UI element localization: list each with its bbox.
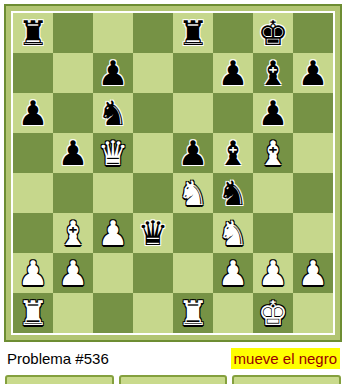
square-h5[interactable] bbox=[293, 133, 333, 173]
square-h4[interactable] bbox=[293, 173, 333, 213]
square-e3[interactable] bbox=[173, 213, 213, 253]
piece-white-king[interactable]: ♚ bbox=[253, 293, 293, 333]
square-a2[interactable]: ♟ bbox=[13, 253, 53, 293]
square-d2[interactable] bbox=[133, 253, 173, 293]
square-a8[interactable]: ♜ bbox=[13, 13, 53, 53]
square-c5[interactable]: ♛ bbox=[93, 133, 133, 173]
square-a4[interactable] bbox=[13, 173, 53, 213]
piece-black-pawn[interactable]: ♟ bbox=[53, 133, 93, 173]
square-c1[interactable] bbox=[93, 293, 133, 333]
square-b4[interactable] bbox=[53, 173, 93, 213]
square-f6[interactable] bbox=[213, 93, 253, 133]
square-d8[interactable] bbox=[133, 13, 173, 53]
square-g2[interactable]: ♟ bbox=[253, 253, 293, 293]
piece-black-rook[interactable]: ♜ bbox=[173, 13, 213, 53]
piece-white-bishop[interactable]: ♝ bbox=[53, 213, 93, 253]
piece-black-bishop[interactable]: ♝ bbox=[213, 133, 253, 173]
piece-black-knight[interactable]: ♞ bbox=[213, 173, 253, 213]
square-b1[interactable] bbox=[53, 293, 93, 333]
square-a5[interactable] bbox=[13, 133, 53, 173]
piece-black-pawn[interactable]: ♟ bbox=[93, 53, 133, 93]
partial-button[interactable] bbox=[5, 375, 114, 384]
piece-white-pawn[interactable]: ♟ bbox=[253, 253, 293, 293]
square-a3[interactable] bbox=[13, 213, 53, 253]
square-b7[interactable] bbox=[53, 53, 93, 93]
piece-black-bishop[interactable]: ♝ bbox=[253, 53, 293, 93]
square-h1[interactable] bbox=[293, 293, 333, 333]
piece-white-queen[interactable]: ♛ bbox=[93, 133, 133, 173]
square-e8[interactable]: ♜ bbox=[173, 13, 213, 53]
square-g8[interactable]: ♚ bbox=[253, 13, 293, 53]
chess-board: ♜♜♚♟♟♝♟♟♞♟♟♛♟♝♝♞♞♝♟♛♞♟♟♟♟♟♜♜♚ bbox=[11, 11, 335, 335]
square-h7[interactable]: ♟ bbox=[293, 53, 333, 93]
square-g1[interactable]: ♚ bbox=[253, 293, 293, 333]
square-d3[interactable]: ♛ bbox=[133, 213, 173, 253]
square-h6[interactable] bbox=[293, 93, 333, 133]
square-d5[interactable] bbox=[133, 133, 173, 173]
button-row bbox=[0, 375, 346, 384]
turn-indicator-badge: mueve el negro bbox=[231, 348, 340, 369]
square-h3[interactable] bbox=[293, 213, 333, 253]
square-e6[interactable] bbox=[173, 93, 213, 133]
square-d7[interactable] bbox=[133, 53, 173, 93]
square-e7[interactable] bbox=[173, 53, 213, 93]
square-f4[interactable]: ♞ bbox=[213, 173, 253, 213]
page: ♜♜♚♟♟♝♟♟♞♟♟♛♟♝♝♞♞♝♟♛♞♟♟♟♟♟♜♜♚ Problema #… bbox=[0, 0, 346, 384]
square-f2[interactable]: ♟ bbox=[213, 253, 253, 293]
piece-white-pawn[interactable]: ♟ bbox=[13, 253, 53, 293]
square-g7[interactable]: ♝ bbox=[253, 53, 293, 93]
square-c7[interactable]: ♟ bbox=[93, 53, 133, 93]
square-b5[interactable]: ♟ bbox=[53, 133, 93, 173]
square-c4[interactable] bbox=[93, 173, 133, 213]
piece-black-pawn[interactable]: ♟ bbox=[173, 133, 213, 173]
square-c2[interactable] bbox=[93, 253, 133, 293]
square-a1[interactable]: ♜ bbox=[13, 293, 53, 333]
square-g3[interactable] bbox=[253, 213, 293, 253]
square-g5[interactable]: ♝ bbox=[253, 133, 293, 173]
piece-white-pawn[interactable]: ♟ bbox=[93, 213, 133, 253]
square-c6[interactable]: ♞ bbox=[93, 93, 133, 133]
square-h8[interactable] bbox=[293, 13, 333, 53]
piece-black-rook[interactable]: ♜ bbox=[13, 13, 53, 53]
piece-black-pawn[interactable]: ♟ bbox=[293, 53, 333, 93]
board-frame: ♜♜♚♟♟♝♟♟♞♟♟♛♟♝♝♞♞♝♟♛♞♟♟♟♟♟♜♜♚ bbox=[4, 4, 342, 342]
piece-black-king[interactable]: ♚ bbox=[253, 13, 293, 53]
piece-white-pawn[interactable]: ♟ bbox=[213, 253, 253, 293]
square-c3[interactable]: ♟ bbox=[93, 213, 133, 253]
piece-black-knight[interactable]: ♞ bbox=[93, 93, 133, 133]
square-f7[interactable]: ♟ bbox=[213, 53, 253, 93]
square-e1[interactable]: ♜ bbox=[173, 293, 213, 333]
square-b6[interactable] bbox=[53, 93, 93, 133]
square-d1[interactable] bbox=[133, 293, 173, 333]
square-e5[interactable]: ♟ bbox=[173, 133, 213, 173]
square-f5[interactable]: ♝ bbox=[213, 133, 253, 173]
square-e4[interactable]: ♞ bbox=[173, 173, 213, 213]
piece-white-rook[interactable]: ♜ bbox=[13, 293, 53, 333]
piece-black-pawn[interactable]: ♟ bbox=[253, 93, 293, 133]
piece-white-pawn[interactable]: ♟ bbox=[53, 253, 93, 293]
square-a7[interactable] bbox=[13, 53, 53, 93]
square-e2[interactable] bbox=[173, 253, 213, 293]
piece-black-queen[interactable]: ♛ bbox=[133, 213, 173, 253]
problem-number-label: Problema #536 bbox=[7, 350, 109, 367]
partial-button[interactable] bbox=[232, 375, 341, 384]
square-g6[interactable]: ♟ bbox=[253, 93, 293, 133]
square-b8[interactable] bbox=[53, 13, 93, 53]
square-h2[interactable]: ♟ bbox=[293, 253, 333, 293]
piece-white-rook[interactable]: ♜ bbox=[173, 293, 213, 333]
piece-black-pawn[interactable]: ♟ bbox=[13, 93, 53, 133]
square-f1[interactable] bbox=[213, 293, 253, 333]
square-d6[interactable] bbox=[133, 93, 173, 133]
partial-button[interactable] bbox=[119, 375, 228, 384]
piece-black-pawn[interactable]: ♟ bbox=[213, 53, 253, 93]
square-c8[interactable] bbox=[93, 13, 133, 53]
footer: Problema #536 mueve el negro bbox=[0, 342, 346, 375]
piece-white-knight[interactable]: ♞ bbox=[213, 213, 253, 253]
square-a6[interactable]: ♟ bbox=[13, 93, 53, 133]
piece-white-pawn[interactable]: ♟ bbox=[293, 253, 333, 293]
square-f8[interactable] bbox=[213, 13, 253, 53]
square-f3[interactable]: ♞ bbox=[213, 213, 253, 253]
piece-white-bishop[interactable]: ♝ bbox=[253, 133, 293, 173]
piece-white-knight[interactable]: ♞ bbox=[173, 173, 213, 213]
square-d4[interactable] bbox=[133, 173, 173, 213]
square-b2[interactable]: ♟ bbox=[53, 253, 93, 293]
square-g4[interactable] bbox=[253, 173, 293, 213]
square-b3[interactable]: ♝ bbox=[53, 213, 93, 253]
